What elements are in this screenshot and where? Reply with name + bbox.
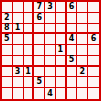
sudoku-cell-r3c5[interactable]	[45, 24, 56, 35]
given-digit: 6	[91, 35, 97, 43]
sudoku-cell-r5c8[interactable]	[77, 45, 88, 56]
given-digit: 1	[57, 46, 63, 54]
sudoku-cell-r7c4[interactable]	[34, 67, 45, 78]
sudoku-cell-r5c4[interactable]	[34, 45, 45, 56]
sudoku-cell-r6c6[interactable]	[56, 56, 67, 67]
sudoku-cell-r9c4[interactable]	[34, 88, 45, 99]
sudoku-cell-r2c8[interactable]	[77, 13, 88, 24]
sudoku-cell-r7c3[interactable]: 1	[24, 67, 35, 78]
given-digit: 4	[47, 90, 53, 98]
sudoku-cell-r4c4[interactable]	[34, 34, 45, 45]
sudoku-cell-r1c7[interactable]: 6	[67, 2, 78, 13]
sudoku-cell-r8c2[interactable]	[13, 77, 24, 88]
sudoku-cell-r2c4[interactable]: 6	[34, 13, 45, 24]
sudoku-cell-r9c2[interactable]	[13, 88, 24, 99]
sudoku-cell-r3c8[interactable]	[77, 24, 88, 35]
sudoku-cell-r8c8[interactable]	[77, 77, 88, 88]
given-digit: 8	[4, 24, 10, 32]
sudoku-cell-r1c8[interactable]	[77, 2, 88, 13]
sudoku-cell-r3c4[interactable]	[34, 24, 45, 35]
sudoku-cell-r6c1[interactable]	[2, 56, 13, 67]
sudoku-board: 73626815461531254	[0, 0, 101, 101]
sudoku-cell-r3c7[interactable]	[67, 24, 78, 35]
sudoku-cell-r6c2[interactable]	[13, 56, 24, 67]
sudoku-cell-r9c3[interactable]	[24, 88, 35, 99]
sudoku-cell-r8c4[interactable]: 5	[34, 77, 45, 88]
sudoku-cell-r2c1[interactable]: 2	[2, 13, 13, 24]
given-digit: 5	[4, 35, 10, 43]
sudoku-cell-r1c6[interactable]	[56, 2, 67, 13]
sudoku-cell-r1c3[interactable]	[24, 2, 35, 13]
given-digit: 6	[36, 14, 42, 22]
given-digit: 1	[15, 24, 21, 32]
sudoku-cell-r2c6[interactable]	[56, 13, 67, 24]
given-digit: 1	[25, 68, 31, 76]
sudoku-cell-r9c5[interactable]: 4	[45, 88, 56, 99]
sudoku-cell-r3c2[interactable]: 1	[13, 24, 24, 35]
sudoku-cell-r4c8[interactable]	[77, 34, 88, 45]
sudoku-cell-r2c2[interactable]	[13, 13, 24, 24]
sudoku-cell-r4c7[interactable]: 4	[67, 34, 78, 45]
sudoku-cell-r3c1[interactable]: 8	[2, 24, 13, 35]
sudoku-cell-r6c7[interactable]: 5	[67, 56, 78, 67]
given-digit: 2	[4, 14, 10, 22]
given-digit: 6	[69, 3, 75, 11]
given-digit: 5	[36, 78, 42, 86]
sudoku-cell-r6c8[interactable]	[77, 56, 88, 67]
sudoku-cell-r6c9[interactable]	[88, 56, 99, 67]
sudoku-cell-r7c2[interactable]: 3	[13, 67, 24, 78]
sudoku-cell-r8c5[interactable]	[45, 77, 56, 88]
sudoku-cell-r4c9[interactable]: 6	[88, 34, 99, 45]
sudoku-cell-r7c5[interactable]	[45, 67, 56, 78]
sudoku-cell-r4c1[interactable]: 5	[2, 34, 13, 45]
sudoku-cell-r9c9[interactable]	[88, 88, 99, 99]
given-digit: 4	[69, 35, 75, 43]
sudoku-cell-r5c6[interactable]: 1	[56, 45, 67, 56]
sudoku-cell-r1c4[interactable]: 7	[34, 2, 45, 13]
sudoku-cell-r5c9[interactable]	[88, 45, 99, 56]
sudoku-cell-r7c1[interactable]	[2, 67, 13, 78]
sudoku-cell-r9c7[interactable]	[67, 88, 78, 99]
sudoku-cell-r3c6[interactable]	[56, 24, 67, 35]
given-digit: 2	[80, 68, 86, 76]
given-digit: 5	[69, 56, 75, 64]
sudoku-cell-r4c6[interactable]	[56, 34, 67, 45]
sudoku-cell-r5c5[interactable]	[45, 45, 56, 56]
sudoku-cell-r5c3[interactable]	[24, 45, 35, 56]
sudoku-cell-r7c7[interactable]	[67, 67, 78, 78]
sudoku-cell-r8c6[interactable]	[56, 77, 67, 88]
sudoku-cell-r6c4[interactable]	[34, 56, 45, 67]
sudoku-cell-r7c6[interactable]	[56, 67, 67, 78]
sudoku-cell-r9c6[interactable]	[56, 88, 67, 99]
given-digit: 7	[36, 3, 42, 11]
sudoku-cell-r5c1[interactable]	[2, 45, 13, 56]
sudoku-cell-r2c9[interactable]	[88, 13, 99, 24]
sudoku-cell-r1c2[interactable]	[13, 2, 24, 13]
sudoku-cell-r5c2[interactable]	[13, 45, 24, 56]
sudoku-cell-r7c9[interactable]	[88, 67, 99, 78]
given-digit: 3	[15, 68, 21, 76]
sudoku-cell-r4c3[interactable]	[24, 34, 35, 45]
sudoku-cell-r2c3[interactable]	[24, 13, 35, 24]
given-digit: 3	[47, 3, 53, 11]
sudoku-cell-r6c3[interactable]	[24, 56, 35, 67]
sudoku-cell-r8c9[interactable]	[88, 77, 99, 88]
sudoku-cell-r8c3[interactable]	[24, 77, 35, 88]
sudoku-cell-r4c5[interactable]	[45, 34, 56, 45]
sudoku-cell-r2c5[interactable]	[45, 13, 56, 24]
sudoku-cell-r3c3[interactable]	[24, 24, 35, 35]
sudoku-cell-r2c7[interactable]	[67, 13, 78, 24]
sudoku-cell-r3c9[interactable]	[88, 24, 99, 35]
sudoku-cell-r9c1[interactable]	[2, 88, 13, 99]
sudoku-cell-r9c8[interactable]	[77, 88, 88, 99]
sudoku-cell-r5c7[interactable]	[67, 45, 78, 56]
sudoku-cell-r8c7[interactable]	[67, 77, 78, 88]
sudoku-cell-r7c8[interactable]: 2	[77, 67, 88, 78]
sudoku-cell-r4c2[interactable]	[13, 34, 24, 45]
sudoku-cell-r1c1[interactable]	[2, 2, 13, 13]
sudoku-cell-r8c1[interactable]	[2, 77, 13, 88]
sudoku-cell-r1c9[interactable]	[88, 2, 99, 13]
sudoku-cell-r6c5[interactable]	[45, 56, 56, 67]
sudoku-cell-r1c5[interactable]: 3	[45, 2, 56, 13]
